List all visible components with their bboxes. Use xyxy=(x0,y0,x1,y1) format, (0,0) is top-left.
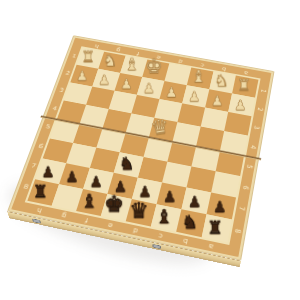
white-rook-piece: ♜ xyxy=(237,78,251,93)
file-label: 5 xyxy=(244,164,252,169)
black-pawn-piece: ♟ xyxy=(41,165,54,180)
black-pawn-piece: ♟ xyxy=(138,184,151,199)
file-label: 8 xyxy=(232,228,240,234)
file-label: a xyxy=(208,242,214,250)
black-pawn-piece: ♟ xyxy=(65,169,78,184)
square-a3 xyxy=(224,112,251,136)
white-pawn-piece: ♟ xyxy=(76,69,88,82)
white-knight-piece: ♞ xyxy=(214,73,229,89)
black-king-piece: ♚ xyxy=(104,194,124,216)
black-knight-piece: ♞ xyxy=(181,213,198,231)
file-label: b xyxy=(222,66,227,72)
file-label: g xyxy=(60,211,67,218)
scene: hgfedcba hgfedcba 12345678 12345678 ♜♞♝♚… xyxy=(0,0,300,300)
file-label: c xyxy=(200,62,205,68)
file-label: h xyxy=(36,206,43,213)
square-c3 xyxy=(177,103,205,126)
file-label: d xyxy=(133,226,139,234)
file-label: f xyxy=(85,216,90,223)
black-knight-piece: ♞ xyxy=(119,155,135,173)
white-knight-piece: ♞ xyxy=(103,53,117,69)
black-pawn-piece: ♟ xyxy=(89,174,102,189)
white-bishop-piece: ♝ xyxy=(124,56,139,73)
file-label: 4 xyxy=(248,144,256,149)
file-label: 2 xyxy=(255,107,262,112)
black-pawn-piece: ♟ xyxy=(213,199,226,214)
white-rook-piece: ♜ xyxy=(81,50,94,65)
file-label: e xyxy=(108,221,114,229)
square-c4 xyxy=(172,122,200,146)
square-a8: ♜ xyxy=(202,214,232,242)
file-label: 7 xyxy=(236,206,244,212)
white-pawn-piece: ♟ xyxy=(188,90,200,104)
white-pawn-piece: ♟ xyxy=(120,77,132,90)
black-pawn-piece: ♟ xyxy=(188,194,201,209)
file-label: h xyxy=(94,43,100,49)
chessboard: hgfedcba hgfedcba 12345678 12345678 ♜♞♝♚… xyxy=(7,35,274,261)
metal-clasp-icon xyxy=(32,219,41,224)
file-label: f xyxy=(137,51,141,56)
black-bishop-piece: ♝ xyxy=(155,207,172,226)
white-bishop-piece: ♝ xyxy=(191,68,206,85)
file-label: 6 xyxy=(240,184,248,189)
file-label: c xyxy=(158,231,164,239)
file-label: g xyxy=(115,47,121,53)
file-label: 3 xyxy=(252,125,260,130)
white-pawn-piece: ♟ xyxy=(211,94,223,108)
square-d8: ♛ xyxy=(126,199,157,226)
square-c6 xyxy=(162,162,191,188)
file-label: a xyxy=(244,70,249,76)
file-label: d xyxy=(178,58,183,64)
chess-set-product-photo: hgfedcba hgfedcba 12345678 12345678 ♜♞♝♚… xyxy=(0,0,300,300)
white-pawn-piece: ♟ xyxy=(143,81,155,94)
black-queen-piece: ♛ xyxy=(129,200,148,221)
black-pawn-piece: ♟ xyxy=(114,179,127,194)
black-bishop-piece: ♝ xyxy=(81,192,98,211)
square-h8: ♜ xyxy=(27,179,59,206)
file-label: b xyxy=(183,237,189,245)
file-label: e xyxy=(156,54,161,60)
white-pawn-piece: ♟ xyxy=(165,85,177,99)
square-a2: ♟ xyxy=(228,93,255,116)
black-rook-piece: ♜ xyxy=(33,184,48,201)
file-label: 1 xyxy=(259,89,266,94)
black-pawn-piece: ♟ xyxy=(163,189,176,204)
white-king-piece: ♚ xyxy=(145,57,163,77)
white-pawn-piece: ♟ xyxy=(98,73,110,86)
white-pawn-piece: ♟ xyxy=(234,98,246,112)
metal-clasp-icon xyxy=(152,244,161,249)
black-rook-piece: ♜ xyxy=(207,220,223,237)
